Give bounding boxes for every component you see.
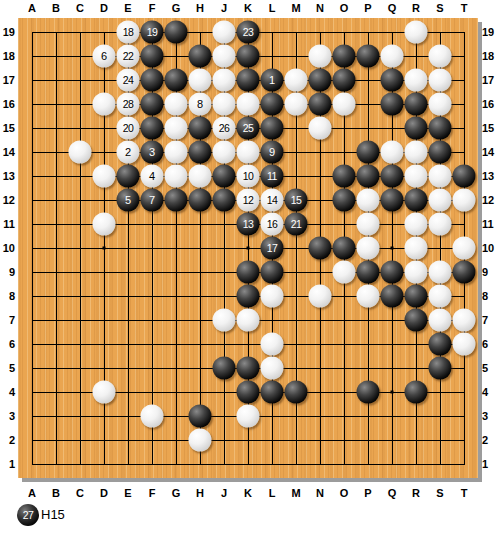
- coord-label-right-14: 14: [482, 146, 500, 158]
- stone-J17: [213, 69, 236, 92]
- coord-label-left-19: 19: [0, 26, 15, 38]
- coord-label-bottom-N: N: [316, 487, 324, 499]
- stone-R17: [405, 69, 428, 92]
- stone-L16: [261, 93, 284, 116]
- stone-O12: [333, 189, 356, 212]
- stone-K7: [237, 309, 260, 332]
- stone-D11: [93, 213, 116, 236]
- stone-S8: [429, 285, 452, 308]
- stone-H17: [189, 69, 212, 92]
- coord-label-bottom-G: G: [172, 487, 181, 499]
- coord-label-right-1: 1: [482, 458, 500, 470]
- stone-S17: [429, 69, 452, 92]
- coord-label-right-10: 10: [482, 242, 500, 254]
- stone-S5: [429, 357, 452, 380]
- move-number: 12: [243, 195, 254, 206]
- coord-label-top-Q: Q: [388, 2, 397, 14]
- stone-F15: [141, 117, 164, 140]
- coord-label-right-6: 6: [482, 338, 500, 350]
- move-number: 15: [291, 195, 302, 206]
- stone-L4: [261, 381, 284, 404]
- coord-label-bottom-B: B: [52, 487, 60, 499]
- stone-E14: 2: [117, 141, 140, 164]
- stone-H12: [189, 189, 212, 212]
- stone-L15: [261, 117, 284, 140]
- stone-S11: [429, 213, 452, 236]
- stone-P8: [357, 285, 380, 308]
- stone-R10: [405, 237, 428, 260]
- stone-P11: [357, 213, 380, 236]
- stone-G12: [165, 189, 188, 212]
- stone-T6: [453, 333, 476, 356]
- stone-K18: [237, 45, 260, 68]
- coord-label-top-O: O: [340, 2, 349, 14]
- coord-label-right-11: 11: [482, 218, 500, 230]
- coord-label-left-12: 12: [0, 194, 15, 206]
- goban: 1819236222412882026252394101157121415131…: [18, 18, 478, 478]
- coord-label-bottom-F: F: [149, 487, 156, 499]
- stone-J16: [213, 93, 236, 116]
- stone-N15: [309, 117, 332, 140]
- stone-K14: [237, 141, 260, 164]
- move-number: 11: [267, 171, 277, 182]
- stone-L8: [261, 285, 284, 308]
- coord-label-top-E: E: [124, 2, 131, 14]
- stone-M4: [285, 381, 308, 404]
- stone-R12: [405, 189, 428, 212]
- move-number: 20: [123, 123, 134, 134]
- move-number: 5: [125, 195, 131, 206]
- stone-S6: [429, 333, 452, 356]
- stone-M17: [285, 69, 308, 92]
- stone-N17: [309, 69, 332, 92]
- go-diagram: 1819236222412882026252394101157121415131…: [0, 0, 500, 537]
- move-number: 14: [267, 195, 278, 206]
- coord-label-top-R: R: [412, 2, 420, 14]
- stone-E15: 20: [117, 117, 140, 140]
- coord-label-top-L: L: [269, 2, 276, 14]
- stone-F19: 19: [141, 21, 164, 44]
- coord-label-top-C: C: [76, 2, 84, 14]
- coord-label-left-11: 11: [0, 218, 15, 230]
- coord-label-left-4: 4: [0, 386, 15, 398]
- stone-R16: [405, 93, 428, 116]
- stone-Q13: [381, 165, 404, 188]
- coord-label-bottom-J: J: [221, 487, 227, 499]
- caption-move-stone: 27: [17, 504, 39, 526]
- coord-label-left-6: 6: [0, 338, 15, 350]
- stone-L5: [261, 357, 284, 380]
- coord-label-bottom-D: D: [100, 487, 108, 499]
- stone-R4: [405, 381, 428, 404]
- stone-D16: [93, 93, 116, 116]
- stone-E13: [117, 165, 140, 188]
- stone-H13: [189, 165, 212, 188]
- stone-K4: [237, 381, 260, 404]
- coord-label-top-B: B: [52, 2, 60, 14]
- coord-label-bottom-R: R: [412, 487, 420, 499]
- coord-label-left-10: 10: [0, 242, 15, 254]
- stone-E18: 22: [117, 45, 140, 68]
- stone-J12: [213, 189, 236, 212]
- coord-label-left-5: 5: [0, 362, 15, 374]
- coord-label-top-A: A: [28, 2, 36, 14]
- stone-J14: [213, 141, 236, 164]
- stone-J19: [213, 21, 236, 44]
- stone-O13: [333, 165, 356, 188]
- stone-E16: 28: [117, 93, 140, 116]
- stone-L13: 11: [261, 165, 284, 188]
- stone-F12: 7: [141, 189, 164, 212]
- coord-label-bottom-E: E: [124, 487, 131, 499]
- move-number: 17: [267, 243, 278, 254]
- stone-L14: 9: [261, 141, 284, 164]
- coord-label-top-N: N: [316, 2, 324, 14]
- coord-label-right-18: 18: [482, 50, 500, 62]
- stone-K13: 10: [237, 165, 260, 188]
- stone-M16: [285, 93, 308, 116]
- stone-S12: [429, 189, 452, 212]
- coord-label-bottom-A: A: [28, 487, 36, 499]
- coord-label-right-12: 12: [482, 194, 500, 206]
- stone-F3: [141, 405, 164, 428]
- stone-O10: [333, 237, 356, 260]
- move-number: 21: [291, 219, 302, 230]
- stone-O17: [333, 69, 356, 92]
- move-number: 23: [243, 27, 254, 38]
- coord-label-top-D: D: [100, 2, 108, 14]
- coord-label-bottom-K: K: [244, 487, 252, 499]
- coord-label-left-8: 8: [0, 290, 15, 302]
- stone-M11: 21: [285, 213, 308, 236]
- coord-label-top-M: M: [291, 2, 300, 14]
- stone-J7: [213, 309, 236, 332]
- coord-label-top-K: K: [244, 2, 252, 14]
- stone-L11: 16: [261, 213, 284, 236]
- stone-O9: [333, 261, 356, 284]
- coord-label-left-17: 17: [0, 74, 15, 86]
- stone-Q14: [381, 141, 404, 164]
- coord-label-top-P: P: [364, 2, 371, 14]
- stone-K9: [237, 261, 260, 284]
- stone-S18: [429, 45, 452, 68]
- move-number: 26: [219, 123, 230, 134]
- coord-label-right-8: 8: [482, 290, 500, 302]
- stone-T10: [453, 237, 476, 260]
- stone-F13: 4: [141, 165, 164, 188]
- stone-O18: [333, 45, 356, 68]
- stone-L17: 1: [261, 69, 284, 92]
- coord-label-left-14: 14: [0, 146, 15, 158]
- stone-P4: [357, 381, 380, 404]
- stone-S9: [429, 261, 452, 284]
- stone-G17: [165, 69, 188, 92]
- move-number: 22: [123, 51, 134, 62]
- coord-label-right-16: 16: [482, 98, 500, 110]
- coord-label-bottom-P: P: [364, 487, 371, 499]
- stone-D4: [93, 381, 116, 404]
- coord-label-left-18: 18: [0, 50, 15, 62]
- stone-K15: 25: [237, 117, 260, 140]
- coord-label-bottom-L: L: [269, 487, 276, 499]
- stone-J18: [213, 45, 236, 68]
- stone-F18: [141, 45, 164, 68]
- coord-label-right-17: 17: [482, 74, 500, 86]
- stone-N16: [309, 93, 332, 116]
- stone-Q18: [381, 45, 404, 68]
- stone-H15: [189, 117, 212, 140]
- stone-T7: [453, 309, 476, 332]
- coord-label-top-J: J: [221, 2, 227, 14]
- stone-K8: [237, 285, 260, 308]
- move-number: 13: [243, 219, 254, 230]
- stone-S15: [429, 117, 452, 140]
- coord-label-right-3: 3: [482, 410, 500, 422]
- move-number: 9: [269, 147, 275, 158]
- stone-K19: 23: [237, 21, 260, 44]
- stone-L10: 17: [261, 237, 284, 260]
- coord-label-right-4: 4: [482, 386, 500, 398]
- coord-label-right-2: 2: [482, 434, 500, 446]
- coord-label-right-7: 7: [482, 314, 500, 326]
- stone-Q17: [381, 69, 404, 92]
- stone-K3: [237, 405, 260, 428]
- coord-label-bottom-T: T: [461, 487, 468, 499]
- coord-label-top-F: F: [149, 2, 156, 14]
- stone-R11: [405, 213, 428, 236]
- coord-label-left-16: 16: [0, 98, 15, 110]
- coord-label-right-5: 5: [482, 362, 500, 374]
- coord-label-left-13: 13: [0, 170, 15, 182]
- stone-R13: [405, 165, 428, 188]
- coord-label-bottom-Q: Q: [388, 487, 397, 499]
- coord-label-right-15: 15: [482, 122, 500, 134]
- star-point-Q4: [391, 391, 394, 394]
- stone-K16: [237, 93, 260, 116]
- move-number: 24: [123, 75, 134, 86]
- stone-D18: 6: [93, 45, 116, 68]
- stone-H14: [189, 141, 212, 164]
- stone-S7: [429, 309, 452, 332]
- move-number: 19: [147, 27, 158, 38]
- coord-label-left-9: 9: [0, 266, 15, 278]
- stone-M12: 15: [285, 189, 308, 212]
- move-number: 1: [269, 75, 275, 86]
- stone-J5: [213, 357, 236, 380]
- move-number: 6: [101, 51, 107, 62]
- stone-L6: [261, 333, 284, 356]
- stone-Q16: [381, 93, 404, 116]
- stone-J15: 26: [213, 117, 236, 140]
- coord-label-right-9: 9: [482, 266, 500, 278]
- stone-P12: [357, 189, 380, 212]
- stone-R15: [405, 117, 428, 140]
- stone-E12: 5: [117, 189, 140, 212]
- stone-P10: [357, 237, 380, 260]
- stone-P18: [357, 45, 380, 68]
- stone-S16: [429, 93, 452, 116]
- stone-S14: [429, 141, 452, 164]
- stone-C14: [69, 141, 92, 164]
- coord-label-left-3: 3: [0, 410, 15, 422]
- star-point-D10: [103, 247, 106, 250]
- stone-R9: [405, 261, 428, 284]
- move-number: 3: [149, 147, 155, 158]
- stone-P13: [357, 165, 380, 188]
- move-number: 7: [149, 195, 155, 206]
- coord-label-bottom-C: C: [76, 487, 84, 499]
- move-number: 10: [243, 171, 254, 182]
- coord-label-top-G: G: [172, 2, 181, 14]
- stone-G14: [165, 141, 188, 164]
- stone-F16: [141, 93, 164, 116]
- stone-N18: [309, 45, 332, 68]
- move-number: 4: [149, 171, 155, 182]
- stone-R14: [405, 141, 428, 164]
- stone-F17: [141, 69, 164, 92]
- stone-N8: [309, 285, 332, 308]
- stone-G19: [165, 21, 188, 44]
- stone-H18: [189, 45, 212, 68]
- stone-T13: [453, 165, 476, 188]
- coord-label-left-1: 1: [0, 458, 15, 470]
- stone-S13: [429, 165, 452, 188]
- stone-H16: 8: [189, 93, 212, 116]
- stone-K11: 13: [237, 213, 260, 236]
- star-point-K10: [247, 247, 250, 250]
- coord-label-top-T: T: [461, 2, 468, 14]
- stone-G15: [165, 117, 188, 140]
- stone-T9: [453, 261, 476, 284]
- stone-T12: [453, 189, 476, 212]
- star-point-Q10: [391, 247, 394, 250]
- coord-label-bottom-O: O: [340, 487, 349, 499]
- coord-label-right-13: 13: [482, 170, 500, 182]
- stone-J13: [213, 165, 236, 188]
- stone-G13: [165, 165, 188, 188]
- caption-move-coordinate: H15: [41, 507, 65, 522]
- coord-label-top-S: S: [436, 2, 443, 14]
- move-number: 8: [197, 99, 203, 110]
- coord-label-bottom-H: H: [196, 487, 204, 499]
- coord-label-right-19: 19: [482, 26, 500, 38]
- stone-K5: [237, 357, 260, 380]
- stone-N10: [309, 237, 332, 260]
- coord-label-left-7: 7: [0, 314, 15, 326]
- coord-label-top-H: H: [196, 2, 204, 14]
- move-number: 16: [267, 219, 278, 230]
- stone-Q8: [381, 285, 404, 308]
- stone-O16: [333, 93, 356, 116]
- coord-label-left-15: 15: [0, 122, 15, 134]
- stone-E19: 18: [117, 21, 140, 44]
- caption-move-number: 27: [23, 510, 34, 521]
- move-number: 18: [123, 27, 134, 38]
- stone-R8: [405, 285, 428, 308]
- stone-R19: [405, 21, 428, 44]
- coord-label-left-2: 2: [0, 434, 15, 446]
- stone-F14: 3: [141, 141, 164, 164]
- stone-D13: [93, 165, 116, 188]
- move-number: 2: [125, 147, 131, 158]
- stone-Q12: [381, 189, 404, 212]
- stone-L9: [261, 261, 284, 284]
- stone-K17: [237, 69, 260, 92]
- coord-label-bottom-S: S: [436, 487, 443, 499]
- stone-H2: [189, 429, 212, 452]
- stone-E17: 24: [117, 69, 140, 92]
- stone-G16: [165, 93, 188, 116]
- stone-L12: 14: [261, 189, 284, 212]
- stone-P9: [357, 261, 380, 284]
- move-number: 28: [123, 99, 134, 110]
- coord-label-bottom-M: M: [291, 487, 300, 499]
- stone-H3: [189, 405, 212, 428]
- stone-Q9: [381, 261, 404, 284]
- stone-R7: [405, 309, 428, 332]
- move-number: 25: [243, 123, 254, 134]
- stone-K12: 12: [237, 189, 260, 212]
- stone-P14: [357, 141, 380, 164]
